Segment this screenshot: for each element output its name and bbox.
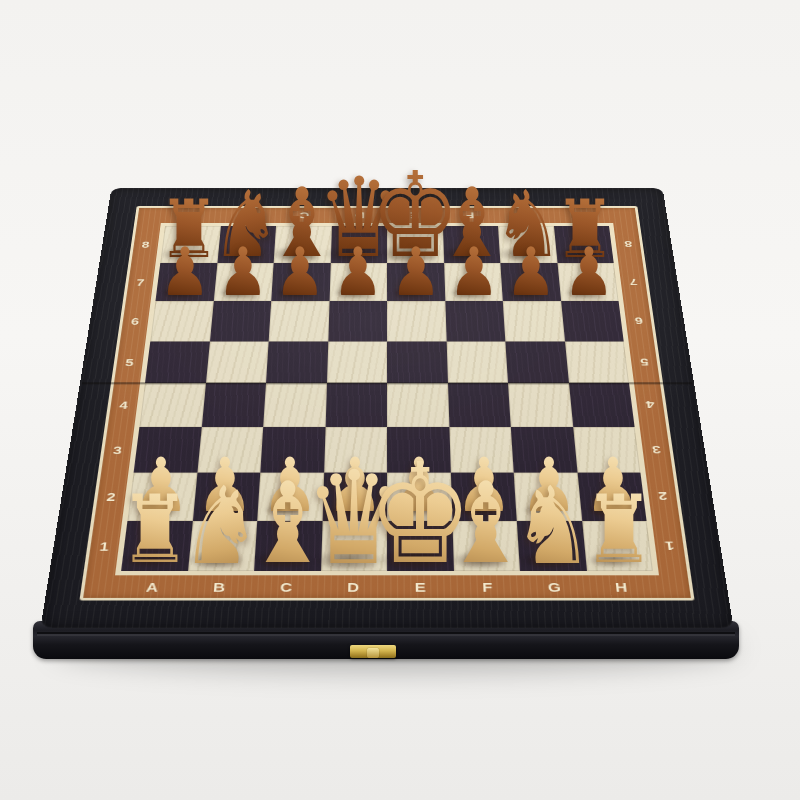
black-pawn-d7[interactable]: ♟ — [333, 238, 384, 305]
pieces-layer: ♜♞♝♛♚♝♞♜♟♟♟♟♟♟♟♟♟♟♟♟♟♟♟♟♜♞♝♛♚♝♞♜ — [0, 0, 800, 800]
black-pawn-f7[interactable]: ♟ — [448, 238, 499, 305]
black-pawn-h7[interactable]: ♟ — [563, 238, 614, 305]
black-pawn-c7[interactable]: ♟ — [275, 238, 326, 305]
black-pawn-g7[interactable]: ♟ — [506, 238, 557, 305]
photo-backdrop: 8877665544332211AABBCCDDEEFFGGHH ♜♞♝♛♚♝♞… — [0, 0, 800, 800]
white-rook-h1[interactable]: ♜ — [583, 483, 655, 577]
black-pawn-a7[interactable]: ♟ — [160, 238, 211, 305]
black-pawn-b7[interactable]: ♟ — [217, 238, 268, 305]
white-knight-g1[interactable]: ♞ — [512, 472, 594, 579]
black-pawn-e7[interactable]: ♟ — [390, 238, 441, 305]
